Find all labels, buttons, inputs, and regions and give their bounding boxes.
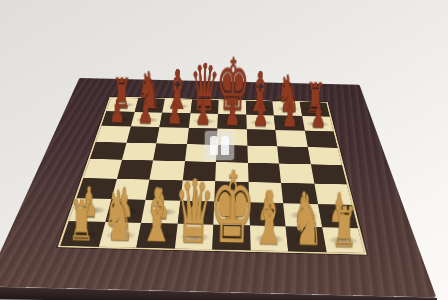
white-bishop: ♝ [251, 181, 287, 256]
white-knight: ♞ [102, 181, 136, 251]
square-c5 [153, 143, 187, 161]
square-f7: ♟ [246, 115, 275, 131]
square-f1: ♝ [249, 225, 288, 251]
square-g6 [275, 130, 307, 147]
black-pawn: ♟ [109, 95, 125, 128]
square-d1: ♛ [174, 223, 213, 249]
square-a7: ♟ [101, 111, 134, 126]
black-pawn: ♟ [167, 96, 183, 129]
black-pawn: ♟ [253, 98, 269, 131]
square-b7: ♟ [130, 112, 162, 127]
white-knight: ♞ [290, 186, 324, 256]
square-b1: ♞ [98, 222, 141, 248]
square-g5 [277, 146, 310, 164]
square-e7: ♟ [217, 114, 246, 130]
board-playfield: ♜♞♝♛♚♝♞♜♟♟♟♟♟♟♟♟♟♟♟♟♟♟♟♟♜♞♝♛♚♝♞♜ [58, 97, 367, 255]
square-c6 [156, 127, 188, 144]
watermark-piece-icon [221, 136, 229, 155]
square-h1: ♜ [322, 227, 364, 253]
board-front-edge [0, 287, 448, 300]
square-h7: ♟ [302, 116, 334, 132]
square-e1: ♚ [212, 224, 250, 250]
square-f6 [246, 129, 277, 146]
square-d7: ♟ [188, 113, 218, 128]
square-a5 [90, 142, 126, 160]
chess-board: ♜♞♝♛♚♝♞♜♟♟♟♟♟♟♟♟♟♟♟♟♟♟♟♟♜♞♝♛♚♝♞♜ [0, 78, 436, 298]
square-b6 [126, 126, 159, 143]
black-pawn: ♟ [311, 100, 327, 133]
black-pawn: ♟ [282, 99, 298, 132]
white-rook: ♜ [331, 199, 359, 256]
square-a6 [96, 126, 130, 143]
photo-stage: ♜♞♝♛♚♝♞♜♟♟♟♟♟♟♟♟♟♟♟♟♟♟♟♟♜♞♝♛♚♝♞♜ [0, 0, 448, 300]
board-grid: ♜♞♝♛♚♝♞♜♟♟♟♟♟♟♟♟♟♟♟♟♟♟♟♟♜♞♝♛♚♝♞♜ [60, 97, 364, 253]
white-bishop: ♝ [139, 178, 175, 253]
square-c1: ♝ [136, 223, 177, 249]
square-c7: ♟ [159, 112, 190, 127]
square-b5 [122, 142, 157, 160]
square-g1: ♞ [286, 226, 327, 252]
square-h6 [304, 131, 337, 148]
black-pawn: ♟ [138, 96, 154, 129]
square-h5 [307, 147, 342, 165]
black-pawn: ♟ [224, 98, 240, 131]
white-king: ♚ [208, 159, 256, 259]
black-pawn: ♟ [195, 97, 211, 130]
watermark-piece-icon [210, 136, 218, 155]
square-g7: ♟ [274, 115, 305, 131]
white-rook: ♜ [68, 192, 96, 249]
watermark-logo [205, 131, 234, 160]
